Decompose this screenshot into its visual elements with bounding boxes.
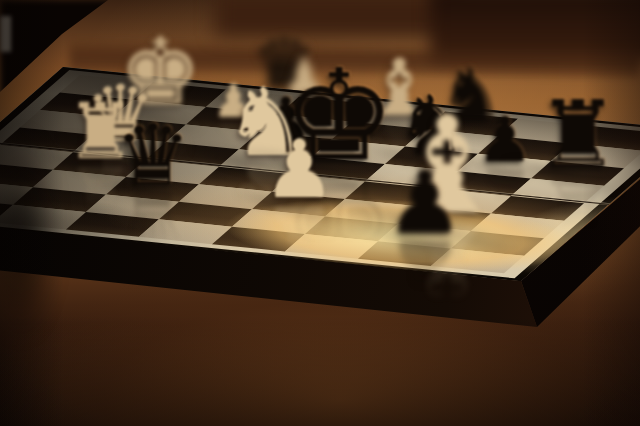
object-highlight [0, 16, 11, 52]
background-dark-corner [430, 0, 640, 60]
background-shadow-band [215, 0, 465, 36]
left-shadow [0, 130, 56, 340]
chess-photo-scene: ♛♟ ♜♜♛♛♚♚♟♟♞♞♛♛♟♟♚♚♟♟♟♟♝♝♝♝♞♞♞♞♟♟♜♜ [0, 0, 640, 426]
